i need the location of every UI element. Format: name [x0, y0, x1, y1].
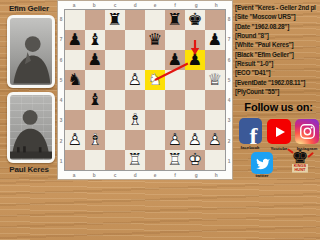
chess-piece: ♜ — [105, 10, 125, 30]
square-e4[interactable] — [145, 90, 165, 110]
chess-piece: ♟ — [205, 30, 225, 50]
chess-piece: ♞ — [65, 70, 85, 90]
square-f3[interactable] — [165, 110, 185, 130]
coord-label: c — [107, 2, 123, 8]
white-player-photo — [7, 92, 55, 163]
square-d6[interactable] — [125, 50, 145, 70]
camera-icon — [299, 123, 316, 140]
square-g2[interactable]: ♟♙ — [185, 130, 205, 150]
square-g1[interactable]: ♚♔ — [185, 150, 205, 170]
chess-piece: ♗ — [125, 110, 145, 130]
pgn-tag-line: [Round "8"] — [235, 31, 320, 40]
coord-label: 4 — [59, 92, 64, 108]
pgn-tag-line: [Date "1962.08.28"] — [235, 22, 320, 31]
coord-label: 2 — [227, 133, 232, 149]
square-h5[interactable]: ♛♕ — [205, 70, 225, 90]
square-h7[interactable]: ♟ — [205, 30, 225, 50]
square-a4[interactable] — [65, 90, 85, 110]
coord-label: 6 — [227, 52, 232, 68]
chess-piece: ♗ — [85, 130, 105, 150]
facebook-label: facebook — [238, 145, 262, 149]
coord-label: f — [167, 172, 183, 178]
square-a1[interactable] — [65, 150, 85, 170]
square-g8[interactable]: ♚ — [185, 10, 205, 30]
square-d2[interactable] — [125, 130, 145, 150]
square-b7[interactable]: ♝ — [85, 30, 105, 50]
pgn-tag-line: [ECO "D41"] — [235, 68, 320, 77]
square-f2[interactable]: ♟♙ — [165, 130, 185, 150]
square-e7[interactable]: ♛ — [145, 30, 165, 50]
coord-label: 7 — [227, 31, 232, 47]
chess-piece: ♙ — [205, 130, 225, 150]
square-e1[interactable] — [145, 150, 165, 170]
square-b8[interactable] — [85, 10, 105, 30]
square-h2[interactable]: ♟♙ — [205, 130, 225, 150]
pgn-tag-line: [Black "Efim Geller"] — [235, 50, 320, 59]
square-e3[interactable] — [145, 110, 165, 130]
pgn-tags: [Event "Keres - Geller 2nd pl[Site "Mosc… — [235, 3, 320, 101]
square-h4[interactable] — [205, 90, 225, 110]
square-b1[interactable] — [85, 150, 105, 170]
square-b3[interactable] — [85, 110, 105, 130]
coord-label: 1 — [59, 153, 64, 169]
square-a3[interactable] — [65, 110, 85, 130]
rank-labels-right: 87654321 — [226, 9, 232, 171]
square-a8[interactable] — [65, 10, 85, 30]
pgn-tag-line: [Result "1-0"] — [235, 59, 320, 68]
square-b5[interactable] — [85, 70, 105, 90]
chess-piece: ♖ — [125, 150, 145, 170]
chess-piece: ♜ — [165, 10, 185, 30]
square-d3[interactable]: ♝♗ — [125, 110, 145, 130]
coord-label: e — [147, 172, 163, 178]
white-player-name: Paul Keres — [2, 165, 56, 174]
chess-piece: ♟ — [85, 50, 105, 70]
square-d1[interactable]: ♜♖ — [125, 150, 145, 170]
square-b6[interactable]: ♟ — [85, 50, 105, 70]
square-c1[interactable] — [105, 150, 125, 170]
pgn-tag-line: [PlyCount "55"] — [235, 87, 320, 96]
facebook-f-glyph: f — [250, 123, 258, 145]
twitter-bird-icon — [255, 156, 270, 171]
square-f5[interactable] — [165, 70, 185, 90]
coord-label: 3 — [59, 112, 64, 128]
coord-label: d — [127, 2, 143, 8]
square-c4[interactable] — [105, 90, 125, 110]
square-d5[interactable]: ♟♙ — [125, 70, 145, 90]
square-d7[interactable] — [125, 30, 145, 50]
square-e6[interactable] — [145, 50, 165, 70]
square-e8[interactable] — [145, 10, 165, 30]
square-c5[interactable] — [105, 70, 125, 90]
chess-piece: ♙ — [185, 130, 205, 150]
square-g5[interactable] — [185, 70, 205, 90]
square-c2[interactable] — [105, 130, 125, 150]
coord-label: g — [188, 2, 204, 8]
coord-label: h — [208, 172, 224, 178]
square-a7[interactable]: ♟ — [65, 30, 85, 50]
twitter-label: twitter — [250, 173, 274, 177]
youtube-icon[interactable] — [267, 119, 291, 144]
coord-label: b — [86, 2, 102, 8]
coord-label: 3 — [227, 112, 232, 128]
square-e2[interactable] — [145, 130, 165, 150]
kings-hunt-logo[interactable]: ♚ KINGSHUNT — [286, 147, 314, 179]
chess-piece: ♙ — [65, 130, 85, 150]
coord-label: a — [66, 172, 82, 178]
play-triangle-icon — [276, 127, 285, 137]
square-g4[interactable] — [185, 90, 205, 110]
coord-label: 8 — [59, 11, 64, 27]
chess-piece: ♟ — [65, 30, 85, 50]
square-h1[interactable] — [205, 150, 225, 170]
chess-piece: ♝ — [85, 30, 105, 50]
coord-label: 7 — [59, 31, 64, 47]
follow-us-label: Follow us on: — [237, 101, 320, 113]
person-silhouette-icon — [10, 29, 52, 85]
coord-label: a — [66, 2, 82, 8]
square-h6[interactable] — [205, 50, 225, 70]
facebook-icon[interactable]: f — [239, 118, 262, 144]
square-d8[interactable] — [125, 10, 145, 30]
black-player-name: Efim Geller — [2, 4, 56, 13]
square-a5[interactable]: ♞ — [65, 70, 85, 90]
chess-piece: ♟ — [165, 50, 185, 70]
chess-piece: ♘ — [145, 70, 165, 90]
square-d4[interactable] — [125, 90, 145, 110]
square-f6[interactable]: ♟ — [165, 50, 185, 70]
square-f4[interactable] — [165, 90, 185, 110]
black-player-photo — [7, 15, 55, 88]
coord-label: 2 — [59, 133, 64, 149]
chess-piece: ♙ — [125, 70, 145, 90]
chess-piece: ♚ — [185, 10, 205, 30]
square-f7[interactable] — [165, 30, 185, 50]
coord-label: g — [188, 172, 204, 178]
pgn-tag-line: [Site "Moscow URS"] — [235, 12, 320, 21]
board-squares[interactable]: ♜♜♚♟♝♛♟♟♟♟♞♟♙♞♘♛♕♝♝♗♟♙♝♗♟♙♟♙♟♙♜♖♜♖♚♔ — [65, 10, 225, 170]
square-a2[interactable]: ♟♙ — [65, 130, 85, 150]
coord-label: 1 — [227, 153, 232, 169]
twitter-icon[interactable] — [251, 152, 273, 174]
chess-piece: ♝ — [85, 90, 105, 110]
file-labels-top: abcdefgh — [64, 1, 226, 9]
instagram-icon[interactable] — [295, 119, 319, 144]
coord-label: f — [167, 2, 183, 8]
chess-piece: ♕ — [205, 70, 225, 90]
square-a6[interactable] — [65, 50, 85, 70]
square-b2[interactable]: ♝♗ — [85, 130, 105, 150]
coord-label: 5 — [227, 72, 232, 88]
square-h8[interactable] — [205, 10, 225, 30]
square-e5[interactable]: ♞♘ — [145, 70, 165, 90]
chess-piece: ♔ — [185, 150, 205, 170]
coord-label: 5 — [59, 72, 64, 88]
square-h3[interactable] — [205, 110, 225, 130]
logo-text: KINGSHUNT — [292, 164, 308, 173]
square-c6[interactable] — [105, 50, 125, 70]
coord-label: 8 — [227, 11, 232, 27]
chess-board[interactable]: abcdefgh 87654321 ♜♜♚♟♝♛♟♟♟♟♞♟♙♞♘♛♕♝♝♗♟♙… — [57, 0, 233, 180]
coord-label: c — [107, 172, 123, 178]
chess-piece: ♟ — [185, 50, 205, 70]
pgn-tag-line: [White "Paul Keres"] — [235, 40, 320, 49]
chess-piece: ♖ — [165, 150, 185, 170]
square-c3[interactable] — [105, 110, 125, 130]
square-g3[interactable] — [185, 110, 205, 130]
coord-label: e — [147, 2, 163, 8]
square-b4[interactable]: ♝ — [85, 90, 105, 110]
file-labels-bottom: abcdefgh — [64, 171, 226, 179]
coord-label: 6 — [59, 52, 64, 68]
chess-piece: ♛ — [145, 30, 165, 50]
square-f1[interactable]: ♜♖ — [165, 150, 185, 170]
square-g6[interactable]: ♟ — [185, 50, 205, 70]
chess-piece: ♙ — [165, 130, 185, 150]
pgn-tag-line: [EventDate "1962.08.11"] — [235, 78, 320, 87]
coord-label: 4 — [227, 92, 232, 108]
square-c7[interactable] — [105, 30, 125, 50]
square-c8[interactable]: ♜ — [105, 10, 125, 30]
board-inner: ♜♜♚♟♝♛♟♟♟♟♞♟♙♞♘♛♕♝♝♗♟♙♝♗♟♙♟♙♟♙♜♖♜♖♚♔ — [64, 9, 226, 171]
person-silhouette-icon — [10, 105, 52, 160]
pgn-tag-line: [Event "Keres - Geller 2nd pl — [235, 3, 320, 12]
coord-label: b — [86, 172, 102, 178]
coord-label: d — [127, 172, 143, 178]
square-g7[interactable] — [185, 30, 205, 50]
coord-label: h — [208, 2, 224, 8]
square-f8[interactable]: ♜ — [165, 10, 185, 30]
